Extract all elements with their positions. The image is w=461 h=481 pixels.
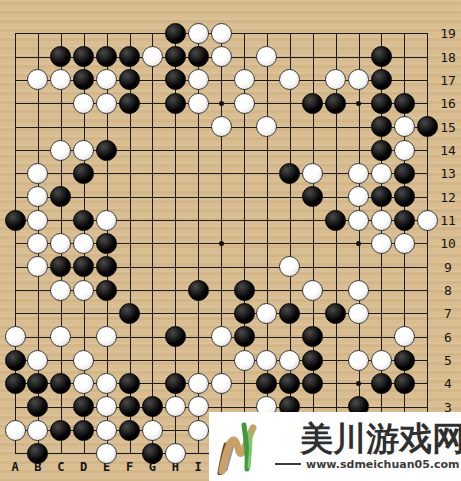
stone-black[interactable]	[234, 280, 255, 301]
stone-white[interactable]	[234, 69, 255, 90]
stone-white[interactable]	[27, 256, 48, 277]
stone-black[interactable]	[302, 186, 323, 207]
stone-white[interactable]	[73, 93, 94, 114]
stone-black[interactable]	[188, 280, 209, 301]
stone-white[interactable]	[211, 373, 232, 394]
stone-white[interactable]	[348, 210, 369, 231]
stone-black[interactable]	[165, 373, 186, 394]
stone-white[interactable]	[142, 420, 163, 441]
stone-white[interactable]	[5, 326, 26, 347]
stone-white[interactable]	[188, 93, 209, 114]
column-label: I	[188, 460, 208, 474]
stone-white[interactable]	[27, 69, 48, 90]
column-label: A	[5, 460, 25, 474]
stone-black[interactable]	[302, 326, 323, 347]
stone-white[interactable]	[348, 69, 369, 90]
go-diagram-image: ABCDEFGHIJKLMNOPQRS191817161514131211109…	[0, 0, 461, 481]
stone-white[interactable]	[73, 373, 94, 394]
stone-black[interactable]	[50, 186, 71, 207]
stone-white[interactable]	[348, 280, 369, 301]
stone-white[interactable]	[348, 350, 369, 371]
stone-black[interactable]	[371, 373, 392, 394]
brush-m-logo-icon	[213, 419, 275, 475]
star-point	[219, 101, 224, 106]
stone-black[interactable]	[394, 373, 415, 394]
stone-black[interactable]	[417, 116, 438, 137]
stone-black[interactable]	[119, 396, 140, 417]
stone-black[interactable]	[188, 46, 209, 67]
stone-black[interactable]	[394, 163, 415, 184]
stone-black[interactable]	[50, 46, 71, 67]
stone-black[interactable]	[279, 163, 300, 184]
stone-white[interactable]	[279, 350, 300, 371]
stone-white[interactable]	[50, 69, 71, 90]
stone-black[interactable]	[325, 303, 346, 324]
row-label: 7	[437, 306, 459, 321]
stone-black[interactable]	[165, 69, 186, 90]
stone-black[interactable]	[96, 46, 117, 67]
column-label: F	[120, 460, 140, 474]
stone-white[interactable]	[211, 46, 232, 67]
row-label: 10	[437, 236, 459, 251]
stone-white[interactable]	[96, 93, 117, 114]
stone-white[interactable]	[188, 420, 209, 441]
stone-white[interactable]	[50, 326, 71, 347]
stone-white[interactable]	[394, 140, 415, 161]
stone-black[interactable]	[142, 396, 163, 417]
star-point	[356, 381, 361, 386]
row-label: 15	[437, 120, 459, 135]
stone-black[interactable]	[73, 256, 94, 277]
stone-white[interactable]	[256, 46, 277, 67]
stone-black[interactable]	[119, 93, 140, 114]
stone-black[interactable]	[142, 443, 163, 464]
stone-black[interactable]	[325, 210, 346, 231]
stone-black[interactable]	[394, 186, 415, 207]
stone-white[interactable]	[256, 350, 277, 371]
stone-black[interactable]	[73, 69, 94, 90]
stone-white[interactable]	[371, 163, 392, 184]
stone-white[interactable]	[279, 69, 300, 90]
stone-white[interactable]	[27, 350, 48, 371]
stone-white[interactable]	[50, 140, 71, 161]
stone-black[interactable]	[73, 163, 94, 184]
stone-black[interactable]	[165, 93, 186, 114]
stone-white[interactable]	[371, 350, 392, 371]
go-board[interactable]: ABCDEFGHIJKLMNOPQRS191817161514131211109…	[0, 0, 461, 481]
stone-black[interactable]	[165, 46, 186, 67]
stone-white[interactable]	[394, 233, 415, 254]
column-label: C	[51, 460, 71, 474]
stone-black[interactable]	[394, 93, 415, 114]
stone-black[interactable]	[302, 93, 323, 114]
stone-black[interactable]	[394, 350, 415, 371]
watermark-site-url: www.sdmeichuan05.com	[306, 458, 460, 471]
row-label: 9	[437, 260, 459, 275]
stone-black[interactable]	[371, 116, 392, 137]
stone-black[interactable]	[27, 396, 48, 417]
watermark-url-row: www.sdmeichuan05.com	[275, 458, 461, 471]
stone-black[interactable]	[165, 23, 186, 44]
stone-white[interactable]	[211, 23, 232, 44]
stone-black[interactable]	[256, 373, 277, 394]
stone-white[interactable]	[234, 350, 255, 371]
stone-black[interactable]	[50, 373, 71, 394]
row-label: 8	[437, 283, 459, 298]
star-point	[356, 101, 361, 106]
stone-white[interactable]	[96, 210, 117, 231]
stone-white[interactable]	[417, 210, 438, 231]
stone-white[interactable]	[188, 23, 209, 44]
row-label: 11	[437, 213, 459, 228]
stone-black[interactable]	[50, 256, 71, 277]
stone-black[interactable]	[279, 303, 300, 324]
stone-white[interactable]	[165, 443, 186, 464]
stone-black[interactable]	[119, 373, 140, 394]
stone-black[interactable]	[5, 350, 26, 371]
stone-white[interactable]	[211, 116, 232, 137]
row-label: 5	[437, 353, 459, 368]
stone-white[interactable]	[188, 373, 209, 394]
stone-black[interactable]	[96, 233, 117, 254]
stone-black[interactable]	[96, 256, 117, 277]
row-label: 6	[437, 330, 459, 345]
dash-left	[275, 463, 301, 465]
watermark: 美川游戏网 www.sdmeichuan05.com	[209, 412, 461, 481]
stone-black[interactable]	[50, 420, 71, 441]
stone-white[interactable]	[165, 396, 186, 417]
stone-white[interactable]	[96, 443, 117, 464]
stone-white[interactable]	[142, 46, 163, 67]
row-label: 17	[437, 73, 459, 88]
stone-white[interactable]	[27, 420, 48, 441]
stone-white[interactable]	[211, 326, 232, 347]
stone-white[interactable]	[27, 186, 48, 207]
stone-white[interactable]	[27, 210, 48, 231]
stone-white[interactable]	[256, 116, 277, 137]
stone-white[interactable]	[325, 69, 346, 90]
stone-black[interactable]	[119, 69, 140, 90]
stone-white[interactable]	[5, 420, 26, 441]
stone-white[interactable]	[394, 326, 415, 347]
row-label: 12	[437, 190, 459, 205]
stone-white[interactable]	[96, 373, 117, 394]
row-label: 4	[437, 376, 459, 391]
row-label: 13	[437, 166, 459, 181]
stone-white[interactable]	[279, 256, 300, 277]
stone-black[interactable]	[73, 210, 94, 231]
grid-line-vertical	[427, 33, 428, 453]
stone-black[interactable]	[5, 210, 26, 231]
star-point	[219, 241, 224, 246]
stone-black[interactable]	[371, 93, 392, 114]
stone-white[interactable]	[96, 326, 117, 347]
watermark-site-title: 美川游戏网	[300, 422, 461, 457]
stone-black[interactable]	[165, 326, 186, 347]
stone-white[interactable]	[73, 140, 94, 161]
stone-black[interactable]	[73, 396, 94, 417]
stone-black[interactable]	[325, 93, 346, 114]
row-label: 16	[437, 96, 459, 111]
stone-black[interactable]	[371, 186, 392, 207]
star-point	[356, 241, 361, 246]
stone-white[interactable]	[50, 280, 71, 301]
stone-black[interactable]	[394, 210, 415, 231]
stone-black[interactable]	[371, 69, 392, 90]
column-label: D	[74, 460, 94, 474]
stone-white[interactable]	[394, 116, 415, 137]
stone-white[interactable]	[302, 163, 323, 184]
stone-white[interactable]	[234, 93, 255, 114]
stone-black[interactable]	[73, 46, 94, 67]
stone-black[interactable]	[119, 420, 140, 441]
stone-white[interactable]	[188, 396, 209, 417]
stone-white[interactable]	[302, 280, 323, 301]
stone-black[interactable]	[96, 140, 117, 161]
stone-black[interactable]	[73, 420, 94, 441]
stone-white[interactable]	[27, 163, 48, 184]
stone-black[interactable]	[5, 373, 26, 394]
stone-white[interactable]	[371, 233, 392, 254]
stone-white[interactable]	[371, 210, 392, 231]
stone-black[interactable]	[234, 326, 255, 347]
stone-white[interactable]	[96, 69, 117, 90]
stone-black[interactable]	[119, 303, 140, 324]
stone-white[interactable]	[73, 280, 94, 301]
stone-black[interactable]	[302, 373, 323, 394]
stone-white[interactable]	[73, 233, 94, 254]
stone-black[interactable]	[119, 46, 140, 67]
stone-black[interactable]	[27, 373, 48, 394]
stone-white[interactable]	[188, 69, 209, 90]
stone-white[interactable]	[348, 186, 369, 207]
row-label: 14	[437, 143, 459, 158]
stone-black[interactable]	[234, 303, 255, 324]
stone-black[interactable]	[96, 280, 117, 301]
stone-white[interactable]	[50, 233, 71, 254]
stone-black[interactable]	[371, 46, 392, 67]
stone-white[interactable]	[348, 163, 369, 184]
stone-black[interactable]	[279, 373, 300, 394]
stone-white[interactable]	[96, 396, 117, 417]
stone-white[interactable]	[96, 420, 117, 441]
stone-black[interactable]	[371, 140, 392, 161]
row-label: 18	[437, 50, 459, 65]
row-label: 19	[437, 26, 459, 41]
stone-black[interactable]	[302, 350, 323, 371]
stone-white[interactable]	[348, 303, 369, 324]
stone-white[interactable]	[27, 233, 48, 254]
stone-white[interactable]	[73, 350, 94, 371]
stone-white[interactable]	[256, 303, 277, 324]
